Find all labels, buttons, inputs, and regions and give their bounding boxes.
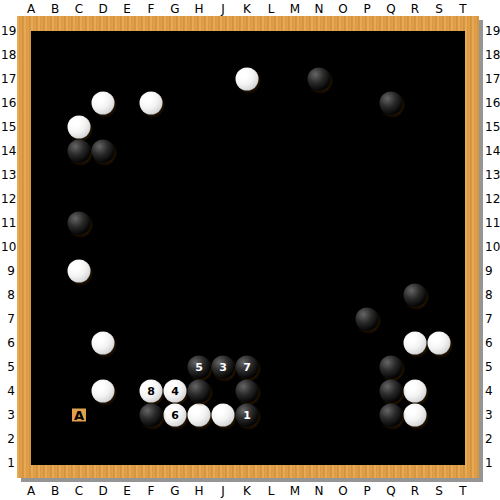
coord-label-top-J: J <box>221 2 225 16</box>
black-stone-J5[interactable]: 3 <box>212 356 235 379</box>
coord-label-top-Q: Q <box>386 2 395 16</box>
white-stone-C9[interactable] <box>68 260 91 283</box>
coord-label-top-M: M <box>290 2 300 16</box>
coord-label-bottom-P: P <box>363 484 370 498</box>
white-stone-J3[interactable] <box>212 404 235 427</box>
coord-label-right-7: 7 <box>485 312 493 326</box>
coord-label-top-A: A <box>27 2 35 16</box>
coord-label-top-G: G <box>170 2 179 16</box>
coord-label-left-18: 18 <box>1 48 15 62</box>
coord-label-top-E: E <box>123 2 131 16</box>
coord-label-right-9: 9 <box>485 264 493 278</box>
black-stone-H4[interactable] <box>188 380 211 403</box>
coord-label-right-1: 1 <box>485 456 493 470</box>
coord-label-right-6: 6 <box>485 336 493 350</box>
black-stone-H5[interactable]: 5 <box>188 356 211 379</box>
coord-label-left-17: 17 <box>1 72 15 86</box>
coord-label-top-L: L <box>268 2 275 16</box>
coord-label-right-4: 4 <box>485 384 493 398</box>
coord-label-top-H: H <box>194 2 203 16</box>
coord-label-left-7: 7 <box>1 312 15 326</box>
coord-label-left-6: 6 <box>1 336 15 350</box>
white-stone-K17[interactable] <box>236 68 259 91</box>
coord-label-right-14: 14 <box>485 144 500 158</box>
black-stone-K3[interactable]: 1 <box>236 404 259 427</box>
black-stone-R8[interactable] <box>404 284 427 307</box>
black-stone-C14[interactable] <box>68 140 91 163</box>
coord-label-top-P: P <box>363 2 370 16</box>
coord-label-right-10: 10 <box>485 240 500 254</box>
coord-label-right-18: 18 <box>485 48 500 62</box>
coord-label-left-14: 14 <box>1 144 15 158</box>
black-stone-F3[interactable] <box>140 404 163 427</box>
coord-label-left-15: 15 <box>1 120 15 134</box>
white-stone-R3[interactable] <box>404 404 427 427</box>
coord-label-top-T: T <box>459 2 466 16</box>
coord-label-left-2: 2 <box>1 432 15 446</box>
coord-label-bottom-F: F <box>148 484 155 498</box>
coord-label-bottom-N: N <box>315 484 324 498</box>
coord-label-right-3: 3 <box>485 408 493 422</box>
coord-label-left-4: 4 <box>1 384 15 398</box>
coord-label-left-3: 3 <box>1 408 15 422</box>
coord-label-bottom-Q: Q <box>386 484 395 498</box>
coord-label-right-17: 17 <box>485 72 500 86</box>
coord-label-right-16: 16 <box>485 96 500 110</box>
black-stone-N17[interactable] <box>308 68 331 91</box>
black-stone-C11[interactable] <box>68 212 91 235</box>
coord-label-right-11: 11 <box>485 216 500 230</box>
coord-label-right-19: 19 <box>485 24 500 38</box>
white-stone-F4[interactable]: 8 <box>140 380 163 403</box>
coord-label-top-O: O <box>338 2 347 16</box>
black-stone-Q16[interactable] <box>380 92 403 115</box>
star-point-D10 <box>101 245 106 250</box>
coord-label-bottom-A: A <box>27 484 35 498</box>
go-board[interactable]: 8465371A <box>17 16 479 478</box>
coord-label-right-15: 15 <box>485 120 500 134</box>
star-point-K10 <box>245 245 250 250</box>
coord-label-right-5: 5 <box>485 360 493 374</box>
coord-label-bottom-C: C <box>75 484 83 498</box>
coord-label-bottom-G: G <box>170 484 179 498</box>
coord-label-bottom-K: K <box>243 484 251 498</box>
white-stone-D16[interactable] <box>92 92 115 115</box>
coord-label-bottom-H: H <box>194 484 203 498</box>
coord-label-bottom-M: M <box>290 484 300 498</box>
star-point-Q10 <box>389 245 394 250</box>
coord-label-right-13: 13 <box>485 168 500 182</box>
coord-label-top-B: B <box>51 2 59 16</box>
white-stone-H3[interactable] <box>188 404 211 427</box>
white-stone-R6[interactable] <box>404 332 427 355</box>
coord-label-bottom-E: E <box>123 484 131 498</box>
coord-label-left-19: 19 <box>1 24 15 38</box>
white-stone-D6[interactable] <box>92 332 115 355</box>
coord-label-top-S: S <box>435 2 443 16</box>
black-stone-K4[interactable] <box>236 380 259 403</box>
white-stone-F16[interactable] <box>140 92 163 115</box>
coord-label-bottom-D: D <box>98 484 107 498</box>
black-stone-P7[interactable] <box>356 308 379 331</box>
coord-label-right-2: 2 <box>485 432 493 446</box>
white-stone-G4[interactable]: 4 <box>164 380 187 403</box>
black-stone-Q4[interactable] <box>380 380 403 403</box>
coord-label-top-K: K <box>243 2 251 16</box>
coord-label-bottom-T: T <box>459 484 466 498</box>
star-point-K16 <box>245 101 250 106</box>
coord-label-top-D: D <box>98 2 107 16</box>
coord-label-bottom-R: R <box>411 484 419 498</box>
coord-label-bottom-J: J <box>221 484 225 498</box>
coord-label-left-9: 9 <box>1 264 15 278</box>
coord-label-top-R: R <box>411 2 419 16</box>
coord-label-top-F: F <box>148 2 155 16</box>
coord-label-bottom-L: L <box>268 484 275 498</box>
coord-label-right-12: 12 <box>485 192 500 206</box>
coord-label-top-C: C <box>75 2 83 16</box>
black-stone-Q3[interactable] <box>380 404 403 427</box>
coord-label-bottom-O: O <box>338 484 347 498</box>
coord-label-right-8: 8 <box>485 288 493 302</box>
white-stone-C15[interactable] <box>68 116 91 139</box>
coord-label-bottom-B: B <box>51 484 59 498</box>
coord-label-left-11: 11 <box>1 216 15 230</box>
marker-A-C3: A <box>72 409 86 422</box>
white-stone-R4[interactable] <box>404 380 427 403</box>
coord-label-top-N: N <box>315 2 324 16</box>
white-stone-S6[interactable] <box>428 332 451 355</box>
coord-label-bottom-S: S <box>435 484 443 498</box>
coord-label-left-13: 13 <box>1 168 15 182</box>
coord-label-left-12: 12 <box>1 192 15 206</box>
coord-label-left-5: 5 <box>1 360 15 374</box>
white-stone-D4[interactable] <box>92 380 115 403</box>
black-stone-D14[interactable] <box>92 140 115 163</box>
black-stone-K5[interactable]: 7 <box>236 356 259 379</box>
coord-label-left-10: 10 <box>1 240 15 254</box>
coord-label-left-16: 16 <box>1 96 15 110</box>
coord-label-left-8: 8 <box>1 288 15 302</box>
coord-label-left-1: 1 <box>1 456 15 470</box>
white-stone-G3[interactable]: 6 <box>164 404 187 427</box>
black-stone-Q5[interactable] <box>380 356 403 379</box>
go-game-screen: 8465371A AABBCCDDEEFFGGHHJJKKLLMMNNOOPPQ… <box>0 0 500 500</box>
